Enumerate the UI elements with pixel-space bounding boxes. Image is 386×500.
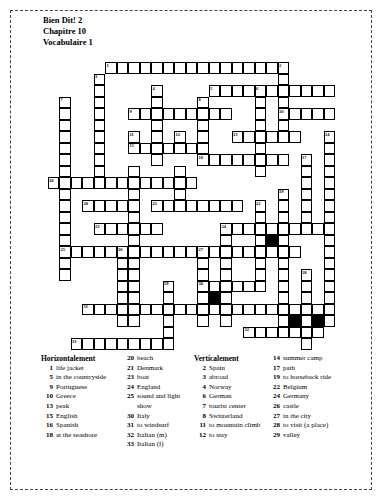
grid-cell[interactable] (220, 200, 232, 212)
grid-cell[interactable] (105, 338, 117, 350)
grid-cell[interactable] (117, 338, 129, 350)
grid-cell[interactable] (163, 327, 175, 339)
grid-cell[interactable] (289, 131, 301, 143)
grid-cell[interactable]: 20 (82, 200, 94, 212)
grid-cell[interactable] (151, 223, 163, 235)
grid-cell[interactable] (266, 154, 278, 166)
clue-number: 7 (194, 402, 209, 412)
grid-cell[interactable] (151, 120, 163, 132)
grid-cell[interactable] (232, 281, 244, 293)
grid-cell[interactable] (301, 315, 313, 327)
grid-cell[interactable] (105, 177, 117, 189)
grid-cell[interactable] (255, 154, 267, 166)
clue-number: 5 (41, 373, 56, 383)
grid-cell[interactable] (301, 189, 313, 201)
grid-cell[interactable] (220, 281, 232, 293)
grid-cell[interactable] (94, 177, 106, 189)
grid-cell[interactable] (59, 143, 71, 155)
grid-cell[interactable] (163, 292, 175, 304)
grid-cell[interactable] (105, 246, 117, 258)
grid-cell[interactable] (324, 85, 336, 97)
grid-cell[interactable] (117, 281, 129, 293)
grid-cell[interactable] (232, 304, 244, 316)
grid-cell[interactable] (243, 281, 255, 293)
grid-cell[interactable]: 33 (71, 338, 83, 350)
grid-cell[interactable] (117, 223, 129, 235)
grid-cell[interactable] (59, 120, 71, 132)
grid-cell[interactable] (220, 269, 232, 281)
grid-cell[interactable] (151, 97, 163, 109)
grid-cell[interactable]: 26 (117, 246, 129, 258)
grid-cell[interactable] (266, 223, 278, 235)
grid-cell[interactable] (232, 62, 244, 74)
grid-cell[interactable] (151, 177, 163, 189)
grid-cell[interactable] (163, 108, 175, 120)
grid-cell[interactable] (151, 154, 163, 166)
grid-cell[interactable] (128, 292, 140, 304)
grid-cell[interactable] (324, 258, 336, 270)
grid-cell[interactable]: 30 (197, 281, 209, 293)
grid-cell[interactable] (82, 246, 94, 258)
grid-cell[interactable] (278, 74, 290, 86)
grid-cell[interactable] (255, 131, 267, 143)
grid-cell[interactable] (151, 62, 163, 74)
grid-cell[interactable] (151, 131, 163, 143)
cell-number: 4 (153, 86, 155, 92)
grid-cell[interactable]: 22 (255, 200, 267, 212)
grid-cell[interactable] (117, 315, 129, 327)
grid-cell[interactable] (197, 258, 209, 270)
grid-cell[interactable] (278, 200, 290, 212)
grid-cell[interactable] (163, 315, 175, 327)
grid-cell[interactable] (140, 304, 152, 316)
grid-cell[interactable] (255, 235, 267, 247)
grid-cell[interactable] (186, 304, 198, 316)
grid-cell[interactable] (140, 338, 152, 350)
grid-cell[interactable] (59, 108, 71, 120)
grid-cell[interactable] (301, 85, 313, 97)
grid-cell[interactable]: 8 (197, 97, 209, 109)
grid-cell[interactable] (59, 154, 71, 166)
grid-cell[interactable] (151, 108, 163, 120)
grid-cell[interactable] (312, 85, 324, 97)
grid-cell[interactable] (255, 281, 267, 293)
blocked-cell (289, 315, 301, 327)
grid-cell[interactable] (128, 200, 140, 212)
grid-cell[interactable] (232, 85, 244, 97)
grid-cell[interactable] (197, 269, 209, 281)
grid-cell[interactable] (209, 200, 221, 212)
grid-cell[interactable] (59, 189, 71, 201)
grid-cell[interactable]: 31 (82, 304, 94, 316)
grid-cell[interactable] (82, 177, 94, 189)
grid-cell[interactable] (278, 212, 290, 224)
grid-cell[interactable] (220, 235, 232, 247)
grid-cell[interactable] (163, 143, 175, 155)
grid-cell[interactable] (243, 62, 255, 74)
grid-cell[interactable]: 15 (128, 143, 140, 155)
grid-cell[interactable] (289, 108, 301, 120)
grid-cell[interactable] (301, 281, 313, 293)
grid-cell[interactable] (174, 304, 186, 316)
grid-cell[interactable] (94, 166, 106, 178)
grid-cell[interactable] (324, 281, 336, 293)
grid-cell[interactable] (278, 246, 290, 258)
grid-cell[interactable] (301, 177, 313, 189)
grid-cell[interactable]: 7 (59, 97, 71, 109)
grid-cell[interactable] (94, 108, 106, 120)
grid-cell[interactable]: 16 (197, 154, 209, 166)
grid-cell[interactable] (255, 143, 267, 155)
clue-number: 26 (268, 402, 283, 412)
grid-cell[interactable]: 17 (301, 154, 313, 166)
grid-cell[interactable]: 32 (243, 327, 255, 339)
grid-cell[interactable] (220, 246, 232, 258)
grid-cell[interactable] (209, 154, 221, 166)
grid-cell[interactable] (94, 200, 106, 212)
grid-cell[interactable] (301, 212, 313, 224)
grid-cell[interactable] (232, 223, 244, 235)
grid-cell[interactable] (278, 269, 290, 281)
down-clue-list-1: 2Spain3abroad4Norway6German7tourist cent… (194, 364, 270, 441)
grid-cell[interactable] (278, 304, 290, 316)
grid-cell[interactable] (255, 258, 267, 270)
grid-cell[interactable] (140, 177, 152, 189)
grid-cell[interactable]: 28 (301, 269, 313, 281)
grid-cell[interactable] (301, 338, 313, 350)
grid-cell[interactable] (255, 166, 267, 178)
grid-cell[interactable] (278, 258, 290, 270)
grid-cell[interactable] (289, 223, 301, 235)
grid-cell[interactable] (255, 246, 267, 258)
grid-cell[interactable] (94, 338, 106, 350)
grid-cell[interactable] (174, 189, 186, 201)
grid-cell[interactable] (209, 304, 221, 316)
grid-cell[interactable] (174, 166, 186, 178)
grid-cell[interactable]: 6 (255, 85, 267, 97)
grid-cell[interactable] (197, 200, 209, 212)
grid-cell[interactable] (209, 246, 221, 258)
grid-cell[interactable] (220, 292, 232, 304)
grid-cell[interactable] (186, 177, 198, 189)
grid-cell[interactable] (324, 212, 336, 224)
grid-cell[interactable] (255, 223, 267, 235)
grid-cell[interactable] (151, 304, 163, 316)
grid-cell[interactable] (312, 327, 324, 339)
grid-cell[interactable] (140, 143, 152, 155)
grid-cell[interactable] (266, 85, 278, 97)
clue-number: 6 (194, 392, 209, 402)
grid-cell[interactable] (209, 108, 221, 120)
grid-cell[interactable]: 24 (220, 223, 232, 235)
grid-cell[interactable] (289, 85, 301, 97)
grid-cell[interactable] (82, 338, 94, 350)
grid-cell[interactable] (186, 246, 198, 258)
grid-cell[interactable] (312, 304, 324, 316)
grid-cell[interactable] (278, 131, 290, 143)
grid-cell[interactable] (255, 120, 267, 132)
grid-cell[interactable] (140, 223, 152, 235)
grid-cell[interactable]: 3 (94, 74, 106, 86)
grid-cell[interactable] (59, 200, 71, 212)
cell-number: 18 (49, 178, 54, 184)
grid-cell[interactable] (255, 108, 267, 120)
grid-cell[interactable] (94, 131, 106, 143)
grid-cell[interactable] (232, 154, 244, 166)
grid-cell[interactable]: 14 (324, 131, 336, 143)
grid-cell[interactable] (174, 246, 186, 258)
grid-cell[interactable] (220, 108, 232, 120)
grid-cell[interactable] (128, 212, 140, 224)
grid-cell[interactable] (94, 143, 106, 155)
grid-cell[interactable] (128, 258, 140, 270)
clue-number: 2 (194, 364, 209, 374)
grid-cell[interactable] (220, 62, 232, 74)
grid-cell[interactable] (324, 166, 336, 178)
clue-number: 10 (41, 392, 56, 402)
grid-cell[interactable] (140, 62, 152, 74)
grid-cell[interactable] (94, 97, 106, 109)
grid-cell[interactable]: 27 (197, 246, 209, 258)
grid-cell[interactable] (324, 154, 336, 166)
grid-cell[interactable] (232, 200, 244, 212)
grid-cell[interactable] (128, 281, 140, 293)
grid-cell[interactable] (278, 235, 290, 247)
grid-cell[interactable] (174, 143, 186, 155)
grid-cell[interactable] (186, 108, 198, 120)
grid-cell[interactable] (94, 85, 106, 97)
grid-cell[interactable] (94, 120, 106, 132)
clue-item: 20beach (122, 354, 194, 364)
grid-cell[interactable] (59, 223, 71, 235)
grid-cell[interactable] (301, 304, 313, 316)
grid-cell[interactable] (278, 315, 290, 327)
grid-cell[interactable] (163, 62, 175, 74)
grid-cell[interactable]: 10 (278, 108, 290, 120)
worksheet-page: Bien Dit! 2 Chapitre 10 Vocabulaire 1 12… (0, 0, 386, 500)
grid-cell[interactable] (128, 315, 140, 327)
clue-text: German (209, 392, 267, 402)
grid-cell[interactable] (59, 269, 71, 281)
grid-cell[interactable] (117, 258, 129, 270)
grid-cell[interactable] (289, 246, 301, 258)
clue-item: 11to mountain climb (194, 421, 270, 431)
clue-number: 17 (268, 364, 283, 374)
grid-cell[interactable]: 29 (163, 281, 175, 293)
grid-cell[interactable]: 9 (128, 108, 140, 120)
grid-cell[interactable] (59, 177, 71, 189)
grid-cell[interactable] (243, 246, 255, 258)
grid-cell[interactable]: 23 (94, 223, 106, 235)
grid-cell[interactable] (59, 258, 71, 270)
grid-cell[interactable] (289, 327, 301, 339)
grid-cell[interactable] (266, 327, 278, 339)
grid-cell[interactable] (140, 108, 152, 120)
grid-cell[interactable] (266, 131, 278, 143)
grid-cell[interactable] (105, 304, 117, 316)
grid-cell[interactable] (324, 200, 336, 212)
grid-cell[interactable] (197, 143, 209, 155)
grid-cell[interactable]: 11 (128, 131, 140, 143)
grid-cell[interactable] (243, 223, 255, 235)
grid-cell[interactable]: 18 (48, 177, 60, 189)
grid-cell[interactable] (255, 62, 267, 74)
grid-cell[interactable] (243, 85, 255, 97)
grid-cell[interactable] (289, 304, 301, 316)
grid-cell[interactable] (197, 315, 209, 327)
grid-cell[interactable]: 21 (151, 200, 163, 212)
grid-cell[interactable] (117, 304, 129, 316)
grid-cell[interactable] (163, 177, 175, 189)
grid-cell[interactable] (117, 177, 129, 189)
grid-cell[interactable] (174, 200, 186, 212)
grid-cell[interactable] (324, 189, 336, 201)
grid-cell[interactable] (278, 120, 290, 132)
grid-cell[interactable] (266, 246, 278, 258)
grid-cell[interactable] (220, 315, 232, 327)
grid-cell[interactable] (128, 304, 140, 316)
grid-cell[interactable] (151, 143, 163, 155)
grid-cell[interactable] (174, 62, 186, 74)
grid-cell[interactable] (324, 304, 336, 316)
grid-cell[interactable] (197, 304, 209, 316)
grid-cell[interactable] (94, 246, 106, 258)
grid-cell[interactable] (209, 281, 221, 293)
grid-cell[interactable] (163, 246, 175, 258)
grid-cell[interactable] (312, 223, 324, 235)
grid-cell[interactable] (174, 108, 186, 120)
grid-cell[interactable]: 2 (278, 62, 290, 74)
grid-cell[interactable] (232, 246, 244, 258)
grid-cell[interactable] (312, 108, 324, 120)
grid-cell[interactable] (324, 143, 336, 155)
grid-cell[interactable] (59, 166, 71, 178)
grid-cell[interactable] (243, 304, 255, 316)
grid-cell[interactable] (255, 212, 267, 224)
grid-cell[interactable] (301, 166, 313, 178)
grid-cell[interactable] (243, 131, 255, 143)
clue-number: 24 (122, 383, 137, 393)
grid-cell[interactable] (128, 269, 140, 281)
grid-cell[interactable] (255, 269, 267, 281)
grid-cell[interactable] (266, 304, 278, 316)
grid-cell[interactable] (255, 327, 267, 339)
grid-cell[interactable]: 13 (232, 131, 244, 143)
grid-cell[interactable] (140, 246, 152, 258)
clue-number: 15 (41, 412, 56, 422)
grid-cell[interactable] (197, 108, 209, 120)
grid-cell[interactable] (128, 235, 140, 247)
grid-cell[interactable] (59, 235, 71, 247)
grid-cell[interactable] (301, 223, 313, 235)
title-line-2: Chapitre 10 (43, 26, 93, 37)
grid-cell[interactable] (117, 62, 129, 74)
grid-cell[interactable] (71, 246, 83, 258)
clue-item: 31to windsurf (122, 421, 194, 431)
grid-cell[interactable] (301, 292, 313, 304)
grid-cell[interactable]: 1 (105, 62, 117, 74)
grid-cell[interactable] (197, 120, 209, 132)
grid-cell[interactable]: 25 (59, 246, 71, 258)
grid-cell[interactable] (278, 223, 290, 235)
grid-cell[interactable] (128, 246, 140, 258)
grid-cell[interactable] (186, 200, 198, 212)
grid-cell[interactable] (324, 315, 336, 327)
grid-cell[interactable] (163, 304, 175, 316)
grid-cell[interactable] (186, 143, 198, 155)
grid-cell[interactable] (186, 62, 198, 74)
grid-cell[interactable] (59, 212, 71, 224)
grid-cell[interactable] (197, 62, 209, 74)
grid-cell[interactable] (128, 338, 140, 350)
grid-cell[interactable] (128, 62, 140, 74)
grid-cell[interactable] (278, 97, 290, 109)
grid-cell[interactable] (197, 131, 209, 143)
grid-cell[interactable] (128, 166, 140, 178)
grid-cell[interactable] (94, 304, 106, 316)
grid-cell[interactable] (278, 154, 290, 166)
grid-cell[interactable] (255, 97, 267, 109)
grid-cell[interactable] (324, 246, 336, 258)
grid-cell[interactable] (128, 223, 140, 235)
grid-cell[interactable] (151, 338, 163, 350)
grid-cell[interactable] (266, 62, 278, 74)
grid-cell[interactable] (243, 154, 255, 166)
grid-cell[interactable] (220, 304, 232, 316)
grid-cell[interactable] (278, 85, 290, 97)
grid-cell[interactable] (220, 258, 232, 270)
grid-cell[interactable] (163, 200, 175, 212)
grid-cell[interactable] (301, 200, 313, 212)
grid-cell[interactable] (255, 304, 267, 316)
grid-cell[interactable] (278, 327, 290, 339)
grid-cell[interactable]: 4 (151, 85, 163, 97)
grid-cell[interactable] (163, 338, 175, 350)
grid-cell[interactable] (128, 177, 140, 189)
grid-cell[interactable] (117, 200, 129, 212)
grid-cell[interactable] (174, 177, 186, 189)
grid-cell[interactable] (71, 177, 83, 189)
grid-cell[interactable] (59, 131, 71, 143)
grid-cell[interactable] (209, 62, 221, 74)
grid-cell[interactable] (94, 154, 106, 166)
grid-cell[interactable] (301, 327, 313, 339)
grid-cell[interactable] (220, 85, 232, 97)
grid-cell[interactable] (324, 292, 336, 304)
clue-text: Belgium (283, 383, 365, 393)
grid-cell[interactable] (324, 235, 336, 247)
grid-cell[interactable] (151, 246, 163, 258)
grid-cell[interactable]: 5 (209, 85, 221, 97)
grid-cell[interactable] (324, 177, 336, 189)
grid-cell[interactable] (220, 154, 232, 166)
clue-number: 16 (41, 421, 56, 431)
grid-cell[interactable] (324, 269, 336, 281)
grid-cell[interactable] (324, 108, 336, 120)
grid-cell[interactable]: 12 (174, 131, 186, 143)
grid-cell[interactable] (117, 292, 129, 304)
grid-cell[interactable] (197, 292, 209, 304)
grid-cell[interactable] (105, 223, 117, 235)
grid-cell[interactable] (128, 189, 140, 201)
grid-cell[interactable] (278, 292, 290, 304)
grid-cell[interactable] (324, 223, 336, 235)
grid-cell[interactable]: 19 (278, 189, 290, 201)
grid-cell[interactable] (105, 200, 117, 212)
grid-cell[interactable] (301, 108, 313, 120)
grid-cell[interactable] (117, 269, 129, 281)
grid-cell[interactable] (278, 281, 290, 293)
